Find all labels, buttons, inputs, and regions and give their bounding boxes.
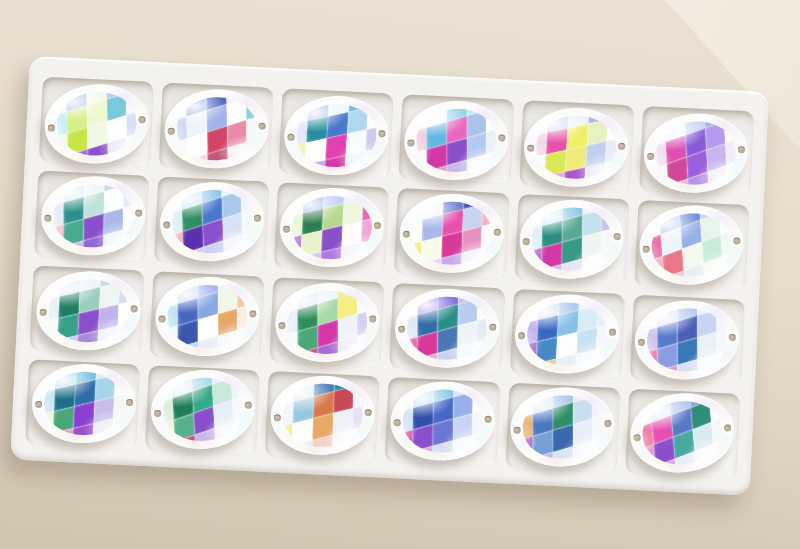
tray-compartment-r2c4 (394, 188, 509, 279)
tray-grid (25, 77, 754, 479)
rhinestone-r4c5 (508, 384, 618, 470)
tray-compartment-r2c3 (274, 183, 389, 274)
tray-compartment-r3c4 (390, 283, 505, 374)
sew-hole-left (39, 308, 46, 315)
gem-gloss-highlight (524, 107, 630, 188)
gem-gloss-highlight (508, 384, 618, 470)
tray-compartment-r1c4 (399, 94, 514, 185)
storage-tray (10, 56, 769, 496)
tray-compartment-r3c1 (30, 265, 145, 356)
gem-gloss-highlight (402, 98, 510, 183)
gem-gloss-highlight (39, 174, 147, 259)
sew-hole-right (249, 309, 256, 316)
rhinestone-r1c1 (41, 80, 152, 168)
rhinestone-r1c5 (524, 107, 630, 188)
rhinestone-r3c3 (273, 279, 383, 365)
tray-compartment-r4c2 (145, 365, 260, 456)
tray-compartment-r1c5 (519, 100, 634, 191)
tray-compartment-r2c1 (34, 171, 149, 262)
sew-hole-right (369, 314, 376, 321)
gem-gloss-highlight (31, 363, 137, 444)
rhinestone-r4c3 (269, 373, 377, 458)
tray-compartment-r1c6 (639, 106, 754, 197)
rhinestone-r3c5 (514, 292, 621, 375)
rhinestone-r2c3 (278, 186, 385, 269)
rhinestone-r4c4 (389, 380, 496, 463)
tray-compartment-r2c6 (634, 200, 749, 291)
tray-compartment-r3c3 (270, 277, 385, 368)
sew-hole-left (407, 139, 414, 146)
gem-gloss-highlight (642, 110, 752, 196)
sew-hole-right (604, 419, 611, 426)
gem-gloss-highlight (153, 274, 261, 359)
gem-gloss-highlight (269, 373, 377, 458)
gem-gloss-highlight (627, 388, 739, 478)
sew-hole-right (374, 222, 381, 229)
gem-gloss-highlight (157, 179, 267, 265)
rhinestone-r2c2 (157, 179, 267, 265)
sew-hole-left (287, 133, 294, 140)
sew-hole-right (484, 415, 491, 422)
gem-gloss-highlight (147, 365, 258, 453)
gem-gloss-highlight (278, 186, 385, 269)
gem-gloss-highlight (35, 269, 142, 352)
gem-gloss-highlight (389, 380, 496, 463)
sew-hole-right (125, 398, 132, 405)
rhinestone-r4c6 (627, 388, 739, 478)
sew-hole-right (130, 304, 137, 311)
rhinestone-r3c6 (633, 297, 741, 382)
tray-compartment-r2c2 (154, 177, 269, 268)
tray-compartment-r4c5 (505, 383, 620, 474)
rhinestone-r2c6 (637, 201, 748, 289)
sew-hole-right (138, 116, 146, 124)
tray-compartment-r2c5 (514, 194, 629, 285)
sew-hole-left (163, 221, 170, 228)
sew-hole-left (394, 419, 401, 426)
gem-gloss-highlight (518, 197, 626, 282)
sew-hole-left (35, 400, 42, 407)
gem-gloss-highlight (637, 201, 748, 289)
sew-hole-left (44, 215, 51, 222)
tray-compartment-r4c4 (385, 377, 500, 468)
sew-hole-right (253, 214, 260, 221)
sew-hole-right (258, 122, 265, 129)
rhinestone-r3c2 (153, 274, 261, 359)
gem-gloss-highlight (394, 287, 500, 368)
sew-hole-right (364, 408, 371, 415)
gem-gloss-highlight (273, 279, 383, 365)
sew-hole-right (498, 134, 505, 141)
gem-gloss-highlight (283, 94, 390, 177)
tray-compartment-r4c1 (25, 359, 140, 450)
gem-gloss-highlight (633, 297, 741, 382)
tray-compartment-r1c1 (39, 77, 154, 168)
sew-hole-left (274, 413, 281, 420)
tray-compartment-r3c6 (630, 294, 745, 385)
sew-hole-left (283, 225, 290, 232)
sew-hole-right (134, 209, 141, 216)
tray-compartment-r3c5 (510, 288, 625, 379)
photo-scene (0, 0, 800, 549)
gem-gloss-highlight (399, 193, 505, 274)
sew-hole-left (154, 409, 162, 417)
rhinestone-r2c1 (39, 174, 147, 259)
gem-gloss-highlight (514, 292, 621, 375)
rhinestone-r2c5 (518, 197, 626, 282)
sew-hole-right (244, 401, 252, 409)
tray-compartment-r4c3 (265, 371, 380, 462)
sew-hole-right (378, 130, 385, 137)
sew-hole-left (47, 124, 55, 132)
rhinestone-r1c3 (283, 94, 390, 177)
gem-gloss-highlight (41, 80, 152, 168)
tray-compartment-r4c6 (625, 388, 740, 479)
rhinestone-r4c2 (147, 365, 258, 453)
rhinestone-r1c4 (402, 98, 510, 183)
sew-hole-right (494, 229, 501, 236)
rhinestone-r3c1 (35, 269, 142, 352)
rhinestone-r4c1 (31, 363, 137, 444)
gem-gloss-highlight (162, 86, 270, 171)
sew-hole-right (489, 323, 496, 330)
rhinestone-r3c4 (394, 287, 500, 368)
sew-hole-right (618, 142, 625, 149)
tray-compartment-r1c3 (279, 88, 394, 179)
rhinestone-r2c4 (399, 193, 505, 274)
rhinestone-r1c6 (642, 110, 752, 196)
tray-compartment-r1c2 (159, 83, 274, 174)
sew-hole-left (167, 127, 174, 134)
rhinestone-r1c2 (162, 86, 270, 171)
sew-hole-left (158, 314, 165, 321)
tray-compartment-r3c2 (150, 271, 265, 362)
